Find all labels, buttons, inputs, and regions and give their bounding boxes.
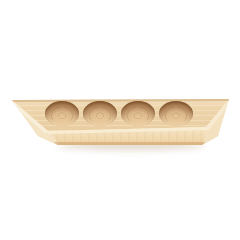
pit-cell-4 bbox=[157, 100, 195, 126]
wooden-pit-tray bbox=[0, 0, 240, 240]
pit-cell-2 bbox=[81, 100, 119, 126]
product-photo-stage bbox=[0, 0, 240, 240]
pit-grid bbox=[43, 100, 195, 126]
pit-cell-3 bbox=[119, 100, 157, 126]
pit-cell-1 bbox=[43, 100, 81, 126]
pit-4[interactable] bbox=[159, 101, 193, 126]
pit-1[interactable] bbox=[45, 101, 79, 126]
pit-3[interactable] bbox=[121, 101, 155, 126]
pit-2[interactable] bbox=[83, 101, 117, 126]
